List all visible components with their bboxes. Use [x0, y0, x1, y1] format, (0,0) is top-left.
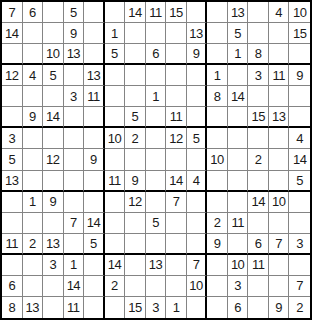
cell-empty[interactable] [125, 213, 146, 234]
cell-given: 13 [64, 44, 85, 65]
cell-empty[interactable] [23, 44, 44, 65]
cell-empty[interactable] [187, 107, 208, 128]
cell-empty[interactable] [248, 86, 269, 107]
cell-empty[interactable] [289, 44, 310, 65]
cell-empty[interactable] [23, 128, 44, 149]
cell-given: 1 [64, 255, 85, 276]
cell-empty[interactable] [146, 234, 167, 255]
cell-empty[interactable] [187, 297, 208, 318]
cell-empty[interactable] [84, 171, 105, 192]
cell-given: 3 [248, 65, 269, 86]
cell-empty[interactable] [289, 86, 310, 107]
cell-empty[interactable] [269, 171, 290, 192]
cell-empty[interactable] [2, 86, 23, 107]
cell-empty[interactable] [84, 297, 105, 318]
cell-empty[interactable] [23, 276, 44, 297]
cell-empty[interactable] [2, 213, 23, 234]
cell-empty[interactable] [187, 65, 208, 86]
cell-given: 8 [248, 44, 269, 65]
cell-given: 5 [146, 213, 167, 234]
cell-empty[interactable] [248, 276, 269, 297]
cell-empty[interactable] [43, 128, 64, 149]
cell-given: 11 [64, 297, 85, 318]
cell-given: 5 [43, 65, 64, 86]
cell-given: 10 [269, 192, 290, 213]
cell-given: 14 [64, 276, 85, 297]
cell-empty[interactable] [84, 44, 105, 65]
cell-given: 9 [207, 234, 228, 255]
cell-empty[interactable] [166, 276, 187, 297]
cell-given: 13 [43, 234, 64, 255]
cell-empty[interactable] [187, 149, 208, 170]
cell-given: 4 [187, 171, 208, 192]
cell-empty[interactable] [146, 192, 167, 213]
cell-given: 1 [146, 86, 167, 107]
cell-empty[interactable] [125, 86, 146, 107]
cell-empty[interactable] [228, 128, 249, 149]
cell-empty[interactable] [23, 171, 44, 192]
cell-empty[interactable] [228, 234, 249, 255]
cell-empty[interactable] [64, 149, 85, 170]
cell-empty[interactable] [289, 255, 310, 276]
cell-empty[interactable] [125, 149, 146, 170]
cell-given: 12 [166, 128, 187, 149]
cell-empty[interactable] [43, 23, 64, 44]
cell-empty[interactable] [166, 234, 187, 255]
cell-empty[interactable] [105, 149, 126, 170]
cell-given: 12 [2, 65, 23, 86]
cell-empty[interactable] [187, 213, 208, 234]
cell-empty[interactable] [166, 149, 187, 170]
cell-empty[interactable] [125, 23, 146, 44]
cell-given: 7 [289, 276, 310, 297]
cell-empty[interactable] [269, 276, 290, 297]
cell-given: 1 [228, 44, 249, 65]
cell-given: 14 [125, 2, 146, 23]
cell-given: 4 [269, 2, 290, 23]
cell-given: 8 [2, 297, 23, 318]
cell-empty[interactable] [166, 44, 187, 65]
cell-empty[interactable] [43, 213, 64, 234]
cell-given: 6 [23, 2, 44, 23]
cell-given: 2 [207, 213, 228, 234]
cell-empty[interactable] [248, 213, 269, 234]
cell-empty[interactable] [146, 107, 167, 128]
cell-given: 5 [2, 149, 23, 170]
cell-given: 2 [289, 297, 310, 318]
cell-given: 2 [125, 128, 146, 149]
cell-empty[interactable] [64, 171, 85, 192]
cell-given: 3 [64, 86, 85, 107]
cell-given: 10 [207, 149, 228, 170]
cell-given: 11 [228, 213, 249, 234]
cell-given: 11 [269, 65, 290, 86]
cell-given: 7 [187, 255, 208, 276]
cell-given: 13 [23, 297, 44, 318]
cell-empty[interactable] [269, 128, 290, 149]
cell-given: 5 [187, 128, 208, 149]
cell-given: 11 [84, 86, 105, 107]
cell-given: 13 [228, 2, 249, 23]
cell-given: 12 [43, 149, 64, 170]
cell-given: 6 [248, 234, 269, 255]
cell-empty[interactable] [105, 297, 126, 318]
cell-empty[interactable] [187, 192, 208, 213]
cell-empty[interactable] [23, 23, 44, 44]
cell-empty[interactable] [187, 86, 208, 107]
sudoku-puzzle: 7651411151341014911351510135691812451313… [0, 0, 312, 320]
cell-given: 5 [64, 2, 85, 23]
cell-empty[interactable] [228, 192, 249, 213]
cell-empty[interactable] [105, 192, 126, 213]
cell-empty[interactable] [207, 192, 228, 213]
cell-empty[interactable] [146, 128, 167, 149]
cell-empty[interactable] [105, 65, 126, 86]
cell-given: 7 [166, 192, 187, 213]
cell-empty[interactable] [105, 2, 126, 23]
cell-given: 7 [64, 213, 85, 234]
cell-empty[interactable] [269, 213, 290, 234]
cell-given: 4 [23, 65, 44, 86]
cell-empty[interactable] [207, 171, 228, 192]
cell-empty[interactable] [23, 149, 44, 170]
cell-empty[interactable] [248, 171, 269, 192]
cell-given: 6 [2, 276, 23, 297]
cell-given: 2 [248, 149, 269, 170]
cell-empty[interactable] [289, 107, 310, 128]
cell-given: 14 [2, 23, 23, 44]
cell-given: 14 [248, 192, 269, 213]
cell-empty[interactable] [207, 2, 228, 23]
cell-given: 13 [187, 23, 208, 44]
sudoku-board: 7651411151341014911351510135691812451313… [0, 0, 312, 320]
cell-empty[interactable] [207, 276, 228, 297]
cell-empty[interactable] [228, 171, 249, 192]
cell-empty[interactable] [105, 86, 126, 107]
cell-given: 15 [248, 107, 269, 128]
cell-given: 15 [166, 2, 187, 23]
cell-empty[interactable] [84, 255, 105, 276]
cell-empty[interactable] [43, 297, 64, 318]
cell-empty[interactable] [2, 255, 23, 276]
cell-empty[interactable] [2, 107, 23, 128]
cell-empty[interactable] [84, 23, 105, 44]
cell-given: 14 [289, 149, 310, 170]
cell-given: 1 [23, 192, 44, 213]
cell-given: 11 [105, 171, 126, 192]
cell-empty[interactable] [207, 44, 228, 65]
cell-given: 9 [64, 23, 85, 44]
cell-empty[interactable] [207, 107, 228, 128]
cell-empty[interactable] [269, 149, 290, 170]
cell-given: 10 [43, 44, 64, 65]
cell-given: 9 [43, 192, 64, 213]
cell-given: 9 [187, 44, 208, 65]
cell-given: 8 [207, 86, 228, 107]
cell-given: 10 [187, 276, 208, 297]
cell-empty[interactable] [125, 44, 146, 65]
cell-empty[interactable] [125, 255, 146, 276]
cell-given: 3 [146, 297, 167, 318]
cell-given: 1 [105, 23, 126, 44]
cell-given: 3 [2, 128, 23, 149]
cell-empty[interactable] [2, 192, 23, 213]
cell-empty[interactable] [228, 149, 249, 170]
cell-given: 14 [228, 86, 249, 107]
cell-empty[interactable] [228, 65, 249, 86]
cell-given: 15 [125, 297, 146, 318]
cell-given: 14 [166, 171, 187, 192]
cell-empty[interactable] [166, 255, 187, 276]
cell-given: 3 [43, 255, 64, 276]
cell-empty[interactable] [84, 2, 105, 23]
cell-empty[interactable] [269, 44, 290, 65]
cell-empty[interactable] [166, 86, 187, 107]
cell-empty[interactable] [269, 86, 290, 107]
cell-empty[interactable] [289, 192, 310, 213]
cell-empty[interactable] [248, 23, 269, 44]
cell-given: 11 [166, 107, 187, 128]
cell-empty[interactable] [64, 65, 85, 86]
cell-given: 5 [84, 234, 105, 255]
cell-empty[interactable] [207, 128, 228, 149]
cell-given: 14 [43, 107, 64, 128]
cell-given: 11 [146, 2, 167, 23]
cell-empty[interactable] [84, 107, 105, 128]
cell-given: 14 [105, 255, 126, 276]
cell-given: 6 [228, 297, 249, 318]
cell-empty[interactable] [125, 276, 146, 297]
cell-given: 9 [23, 107, 44, 128]
cell-empty[interactable] [207, 23, 228, 44]
cell-given: 10 [289, 2, 310, 23]
cell-given: 9 [269, 297, 290, 318]
cell-empty[interactable] [166, 23, 187, 44]
cell-empty[interactable] [125, 65, 146, 86]
cell-given: 1 [207, 65, 228, 86]
cell-given: 5 [289, 171, 310, 192]
cell-given: 7 [269, 234, 290, 255]
cell-given: 4 [289, 128, 310, 149]
cell-empty[interactable] [105, 234, 126, 255]
cell-given: 10 [228, 255, 249, 276]
cell-given: 2 [23, 234, 44, 255]
cell-given: 3 [289, 234, 310, 255]
cell-given: 1 [166, 297, 187, 318]
cell-given: 12 [125, 192, 146, 213]
cell-empty[interactable] [207, 255, 228, 276]
cell-empty[interactable] [166, 213, 187, 234]
cell-empty[interactable] [43, 276, 64, 297]
cell-given: 2 [105, 276, 126, 297]
cell-given: 5 [125, 107, 146, 128]
cell-empty[interactable] [125, 234, 146, 255]
cell-given: 9 [125, 171, 146, 192]
cell-empty[interactable] [248, 297, 269, 318]
cell-given: 13 [146, 255, 167, 276]
cell-empty[interactable] [269, 255, 290, 276]
cell-empty[interactable] [105, 107, 126, 128]
cell-empty[interactable] [289, 213, 310, 234]
cell-empty[interactable] [187, 234, 208, 255]
cell-given: 10 [105, 128, 126, 149]
cell-empty[interactable] [146, 149, 167, 170]
cell-empty[interactable] [166, 65, 187, 86]
cell-empty[interactable] [2, 44, 23, 65]
cell-empty[interactable] [64, 128, 85, 149]
cell-empty[interactable] [64, 234, 85, 255]
cell-empty[interactable] [187, 2, 208, 23]
cell-given: 13 [84, 65, 105, 86]
cell-given: 11 [248, 255, 269, 276]
cell-given: 3 [228, 276, 249, 297]
cell-empty[interactable] [146, 276, 167, 297]
cell-empty[interactable] [84, 192, 105, 213]
cell-given: 15 [289, 23, 310, 44]
cell-empty[interactable] [228, 107, 249, 128]
cell-empty[interactable] [248, 128, 269, 149]
cell-given: 9 [289, 65, 310, 86]
cell-empty[interactable] [84, 276, 105, 297]
cell-given: 14 [84, 213, 105, 234]
cell-given: 13 [2, 171, 23, 192]
cell-empty[interactable] [64, 192, 85, 213]
cell-given: 7 [2, 2, 23, 23]
cell-empty[interactable] [23, 255, 44, 276]
cell-given: 13 [269, 107, 290, 128]
cell-empty[interactable] [146, 23, 167, 44]
cell-given: 5 [228, 23, 249, 44]
cell-empty[interactable] [146, 65, 167, 86]
cell-given: 6 [146, 44, 167, 65]
cell-empty[interactable] [64, 107, 85, 128]
cell-empty[interactable] [43, 171, 64, 192]
cell-empty[interactable] [207, 297, 228, 318]
cell-empty[interactable] [146, 171, 167, 192]
cell-given: 5 [105, 44, 126, 65]
cell-empty[interactable] [269, 23, 290, 44]
cell-empty[interactable] [43, 2, 64, 23]
cell-empty[interactable] [248, 2, 269, 23]
cell-empty[interactable] [105, 213, 126, 234]
cell-empty[interactable] [84, 128, 105, 149]
cell-given: 9 [84, 149, 105, 170]
cell-empty[interactable] [23, 86, 44, 107]
cell-empty[interactable] [23, 213, 44, 234]
cell-given: 11 [2, 234, 23, 255]
cell-empty[interactable] [43, 86, 64, 107]
